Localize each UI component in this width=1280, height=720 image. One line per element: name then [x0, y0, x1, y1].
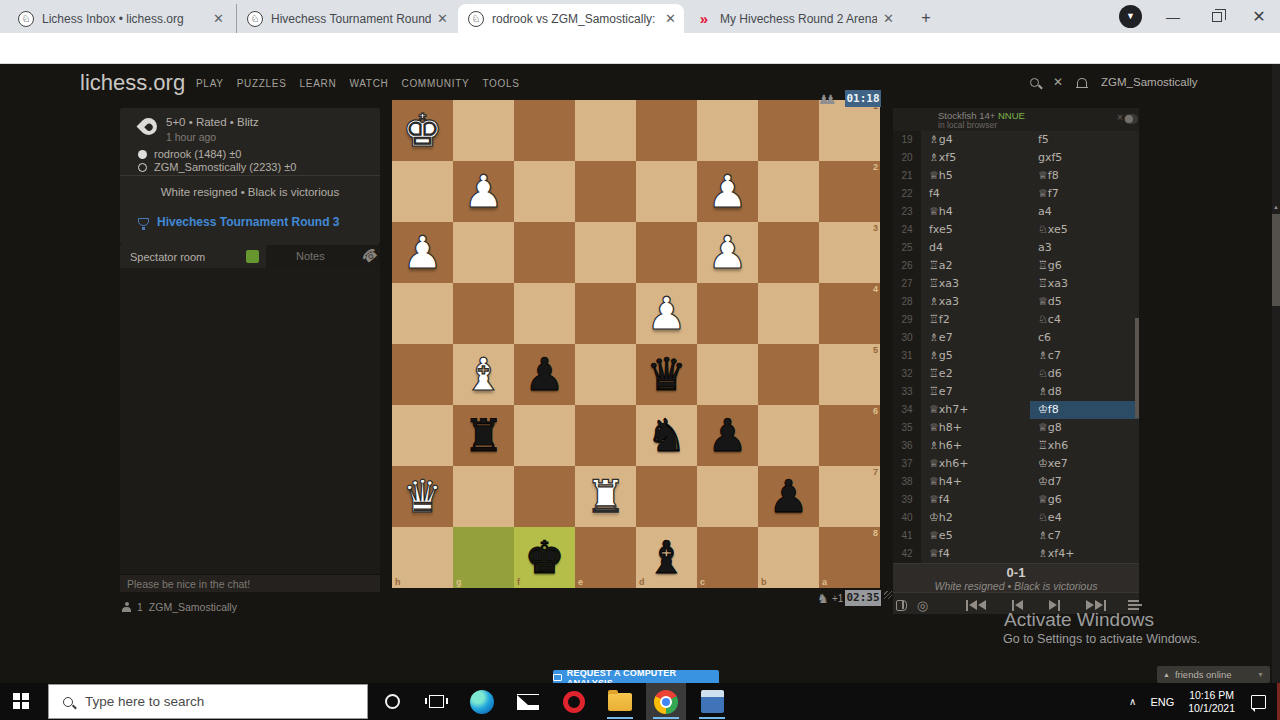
square-b6[interactable] [758, 405, 819, 466]
black-player-name[interactable]: ZGM_Samostically (2233) ±0 [154, 161, 296, 173]
captured-pawns-icon: ♟♟ [818, 92, 831, 107]
move-cell-white[interactable]: ♕f4 [921, 491, 1030, 509]
windows-taskbar: Type here to search ∧ ENG 10:16 PM 10/1/… [0, 683, 1280, 720]
game-time-ago: 1 hour ago [166, 131, 216, 143]
move-cell-black[interactable]: a3 [1030, 239, 1139, 257]
system-tray: ∧ ENG 10:16 PM 10/1/2021 [1129, 683, 1280, 720]
move-number: 35 [893, 419, 921, 437]
rank-label-5: 5 [873, 345, 878, 355]
square-h1[interactable]: ♚ [392, 100, 453, 161]
black-pawn-c6[interactable]: ♟ [697, 405, 758, 466]
move-number: 42 [893, 545, 921, 563]
engine-close-icon[interactable]: × [1117, 112, 1123, 123]
move-cell-black[interactable]: ♗c7 [1030, 347, 1139, 365]
move-number: 41 [893, 527, 921, 545]
lichess-favicon: ♘ [18, 11, 34, 27]
square-c4[interactable] [697, 283, 758, 344]
move-cell-white[interactable]: ♗xa3 [921, 293, 1030, 311]
square-h3[interactable]: ♟ [392, 222, 453, 283]
square-d1[interactable] [636, 100, 697, 161]
tab-notes[interactable]: Notes [296, 250, 325, 262]
result-description: White resigned • Black is victorious [893, 580, 1139, 592]
square-g1[interactable] [453, 100, 514, 161]
move-row: 38♕h4+♔d7 [893, 473, 1139, 491]
tab-title: My Hivechess Round 2 Arena Sto [720, 12, 877, 26]
nav-item-learn[interactable]: LEARN [300, 78, 337, 89]
blitz-flame-icon [136, 114, 160, 138]
square-e8[interactable]: e [575, 527, 636, 588]
move-cell-white[interactable]: ♗h6+ [921, 437, 1030, 455]
white-rook-e7[interactable]: ♜ [575, 466, 636, 527]
move-number: 31 [893, 347, 921, 365]
move-number: 39 [893, 491, 921, 509]
square-a5[interactable]: 5 [819, 344, 880, 405]
move-cell-black[interactable]: ♖g6 [1030, 257, 1139, 275]
phone-icon[interactable]: ☎ [359, 245, 381, 267]
square-a8[interactable]: a8 [819, 527, 880, 588]
move-cell-white[interactable]: ♕h4 [921, 203, 1030, 221]
square-e6[interactable] [575, 405, 636, 466]
tab-title: Lichess Inbox • lichess.org [42, 12, 207, 26]
chip-icon [553, 674, 562, 681]
first-move-button[interactable] [966, 600, 986, 611]
chevron-down-icon[interactable]: ▼ [1257, 671, 1264, 678]
opera-icon [563, 691, 585, 713]
task-view-button[interactable] [416, 683, 456, 720]
move-number: 37 [893, 455, 921, 473]
search-magnifier-icon [63, 697, 73, 707]
browser-addressbar: ← → ⟳ lichess.org/geRz3mmA/black#68 ☆ ⋮ [0, 33, 1280, 64]
white-clock: 01:18 [845, 90, 881, 107]
photos-icon [701, 690, 724, 713]
practice-target-icon[interactable]: ◎ [917, 599, 928, 612]
mail-icon [517, 694, 539, 710]
main-nav: PLAYPUZZLESLEARNWATCHCOMMUNITYTOOLS [196, 78, 520, 89]
black-queen-d5[interactable]: ♛ [636, 344, 697, 405]
square-f5[interactable]: ♟ [514, 344, 575, 405]
file-label-e: e [578, 577, 583, 587]
hidden-icons-chevron[interactable]: ∧ [1129, 696, 1136, 707]
move-cell-white[interactable]: ♖a2 [921, 257, 1030, 275]
move-cell-black[interactable]: ♕f8 [1030, 167, 1139, 185]
square-d2[interactable] [636, 161, 697, 222]
square-e5[interactable] [575, 344, 636, 405]
person-icon [122, 602, 131, 612]
move-cell-white[interactable]: f4 [921, 185, 1030, 203]
move-number: 36 [893, 437, 921, 455]
engine-toggle[interactable] [1124, 114, 1138, 124]
window-minimize-button[interactable]: — [1152, 0, 1194, 33]
spectator-name[interactable]: ZGM_Samostically [149, 601, 237, 613]
rank-label-7: 7 [873, 467, 878, 477]
material-diff: ♞ [817, 591, 829, 606]
move-cell-white[interactable]: ♖e7 [921, 383, 1030, 401]
move-cell-black[interactable]: ♘e4 [1030, 509, 1139, 527]
open-app-indicator [653, 717, 679, 719]
move-number: 21 [893, 167, 921, 185]
move-row: 41♕e5♗c7 [893, 527, 1139, 545]
square-g5[interactable]: ♝ [453, 344, 514, 405]
square-g2[interactable]: ♟ [453, 161, 514, 222]
move-cell-black[interactable]: ♕g8 [1030, 419, 1139, 437]
white-pawn-h3[interactable]: ♟ [392, 222, 453, 283]
move-cell-black[interactable]: a4 [1030, 203, 1139, 221]
move-cell-white[interactable]: ♕h8+ [921, 419, 1030, 437]
browser-tabstrip: ♘Lichess Inbox • lichess.org✕♘Hivechess … [0, 0, 1280, 33]
action-center-icon[interactable] [1251, 695, 1266, 709]
site-logo[interactable]: lichess.org [80, 70, 185, 96]
square-h6[interactable] [392, 405, 453, 466]
move-cell-white[interactable]: ♕h5 [921, 167, 1030, 185]
square-d8[interactable]: ♝d [636, 527, 697, 588]
move-row: 40♔h2♘e4 [893, 509, 1139, 527]
move-number: 38 [893, 473, 921, 491]
white-player-row[interactable]: rodrook (1484) ±0 [138, 148, 241, 160]
window-restore-button[interactable] [1196, 0, 1238, 33]
move-row: 26♖a2♖g6 [893, 257, 1139, 275]
square-d4[interactable]: ♟ [636, 283, 697, 344]
square-a4[interactable]: 4 [819, 283, 880, 344]
move-cell-black[interactable]: ♕g6 [1030, 491, 1139, 509]
move-cell-white[interactable]: d4 [921, 239, 1030, 257]
move-number: 29 [893, 311, 921, 329]
move-row: 32♖e2♘d6 [893, 365, 1139, 383]
tab-close-icon[interactable]: ✕ [213, 11, 224, 26]
task-view-icon [429, 695, 444, 708]
up-arrow-icon: ▲ [1163, 671, 1170, 678]
move-number: 23 [893, 203, 921, 221]
move-cell-white[interactable]: ♖e2 [921, 365, 1030, 383]
lichess-favicon: ♘ [247, 11, 263, 27]
square-f7[interactable] [514, 466, 575, 527]
square-f8[interactable]: ♚f [514, 527, 575, 588]
move-cell-white[interactable]: ♗g5 [921, 347, 1030, 365]
black-player-row[interactable]: ZGM_Samostically (2233) ±0 [138, 161, 296, 173]
move-cell-black[interactable]: gxf5 [1030, 149, 1139, 167]
tab-close-icon[interactable]: ✕ [437, 11, 448, 26]
square-g8[interactable]: g [453, 527, 514, 588]
activate-windows-watermark: Activate Windows [1004, 609, 1154, 631]
move-number: 20 [893, 149, 921, 167]
open-app-indicator [607, 717, 633, 719]
mail-button[interactable] [508, 683, 548, 720]
browser-tab-3[interactable]: ♘rodrook vs ZGM_Samostically: C2✕ [458, 4, 684, 33]
taskbar-search-placeholder: Type here to search [85, 694, 204, 709]
tab-spectator-room[interactable]: Spectator room [120, 245, 266, 268]
square-b4[interactable] [758, 283, 819, 344]
move-cell-black[interactable]: ♘c4 [1030, 311, 1139, 329]
move-row: 25d4a3 [893, 239, 1139, 257]
result-box: 0-1 White resigned • Black is victorious [893, 563, 1139, 593]
nav-item-community[interactable]: COMMUNITY [401, 78, 469, 89]
move-number: 28 [893, 293, 921, 311]
move-row: 34♕xh7+♔f8 [893, 401, 1139, 419]
movelist-scrollbar[interactable] [1135, 318, 1139, 418]
move-row: 35♕h8+♕g8 [893, 419, 1139, 437]
move-cell-black[interactable]: ♔d7 [1030, 473, 1139, 491]
square-e7[interactable]: ♜ [575, 466, 636, 527]
engine-nnue: NNUE [998, 110, 1025, 121]
move-cell-white[interactable]: ♖f2 [921, 311, 1030, 329]
move-cell-black[interactable]: ♘xe5 [1030, 221, 1139, 239]
black-knight-d6[interactable]: ♞ [636, 405, 697, 466]
chat-input[interactable]: Please be nice in the chat! [120, 574, 380, 592]
spectator-list: 1 ZGM_Samostically [122, 601, 237, 613]
square-b3[interactable] [758, 222, 819, 283]
restore-icon [1212, 12, 1222, 22]
file-label-h: h [395, 577, 401, 587]
square-g3[interactable] [453, 222, 514, 283]
hive-favicon: » [696, 11, 712, 27]
square-c3[interactable]: ♟ [697, 222, 758, 283]
notifications-bell-icon[interactable] [1077, 78, 1087, 87]
tab-title: Hivechess Tournament Round 3 t [271, 12, 431, 26]
folder-icon [608, 693, 632, 711]
tab-close-icon[interactable]: ✕ [665, 11, 676, 26]
black-king-f8[interactable]: ♚ [514, 527, 575, 588]
square-c6[interactable]: ♟ [697, 405, 758, 466]
move-cell-white[interactable]: ♕f4 [921, 545, 1030, 563]
move-row: 30♗e7c6 [893, 329, 1139, 347]
square-a1[interactable]: 1 [819, 100, 880, 161]
friends-online-label: friends online [1175, 669, 1257, 680]
file-label-c: c [700, 577, 705, 587]
header-username[interactable]: ZGM_Samostically [1101, 76, 1198, 88]
move-cell-black[interactable]: ♔xe7 [1030, 455, 1139, 473]
black-pawn-b7[interactable]: ♟ [758, 466, 819, 527]
file-label-d: d [639, 577, 645, 587]
move-row: 36♗h6+♖xh6 [893, 437, 1139, 455]
edge-button[interactable] [462, 683, 502, 720]
photos-button[interactable] [692, 683, 732, 720]
move-number: 24 [893, 221, 921, 239]
move-number: 34 [893, 401, 921, 419]
square-b2[interactable] [758, 161, 819, 222]
nav-item-watch[interactable]: WATCH [349, 78, 388, 89]
white-bishop-g5[interactable]: ♝ [453, 344, 514, 405]
square-h7[interactable]: ♛ [392, 466, 453, 527]
browser-tab-4[interactable]: »My Hivechess Round 2 Arena Sto✕ [686, 4, 902, 33]
square-c1[interactable] [697, 100, 758, 161]
square-c5[interactable] [697, 344, 758, 405]
square-h5[interactable] [392, 344, 453, 405]
move-row: 31♗g5♗c7 [893, 347, 1139, 365]
square-d7[interactable] [636, 466, 697, 527]
move-row: 37♕xh6+♔xe7 [893, 455, 1139, 473]
friends-online-bar[interactable]: ▲ friends online ▼ [1157, 666, 1270, 683]
move-cell-white[interactable]: ♗e7 [921, 329, 1030, 347]
chat-toggle[interactable] [246, 250, 259, 263]
move-cell-white[interactable]: ♗xf5 [921, 149, 1030, 167]
white-pawn-c3[interactable]: ♟ [697, 222, 758, 283]
move-cell-black[interactable]: ♕f7 [1030, 185, 1139, 203]
move-cell-black[interactable]: ♗c7 [1030, 527, 1139, 545]
square-f1[interactable] [514, 100, 575, 161]
cortana-icon [385, 694, 400, 709]
square-e2[interactable] [575, 161, 636, 222]
opening-book-icon[interactable] [896, 600, 907, 611]
move-cell-black[interactable]: ♕d5 [1030, 293, 1139, 311]
page-scrollbar[interactable]: ▲ [1272, 64, 1280, 683]
browser-tab-1[interactable]: ♘Lichess Inbox • lichess.org✕ [8, 4, 232, 33]
black-bishop-d8[interactable]: ♝ [636, 527, 697, 588]
square-h2[interactable] [392, 161, 453, 222]
file-label-a: a [822, 577, 827, 587]
square-a2[interactable]: 2 [819, 161, 880, 222]
move-number: 22 [893, 185, 921, 203]
move-cell-black[interactable]: c6 [1030, 329, 1139, 347]
square-d6[interactable]: ♞ [636, 405, 697, 466]
square-f3[interactable] [514, 222, 575, 283]
square-g7[interactable] [453, 466, 514, 527]
move-number: 27 [893, 275, 921, 293]
black-pawn-f5[interactable]: ♟ [514, 344, 575, 405]
square-b1[interactable] [758, 100, 819, 161]
move-cell-white[interactable]: ♕xh7+ [921, 401, 1030, 419]
challenge-icon[interactable]: ✕ [1053, 76, 1063, 88]
engine-bar: Stockfish 14+ NNUE in local browser × [893, 108, 1139, 131]
chat-tabs: Spectator room Notes ☎ [120, 245, 380, 268]
game-info-panel: 5+0 • Rated • Blitz 1 hour ago rodrook (… [120, 108, 380, 245]
square-g4[interactable] [453, 283, 514, 344]
tournament-link[interactable]: Hivechess Tournament Round 3 [138, 215, 339, 229]
scrollbar-thumb[interactable] [1272, 214, 1280, 306]
chess-board[interactable]: ♚1♟♟2♟♟3♟4♝♟♛5♜♞♟6♛♜♟7hg♚fe♝dcba8 [392, 100, 880, 588]
square-a3[interactable]: 3 [819, 222, 880, 283]
chat-messages [120, 268, 380, 574]
move-cell-black[interactable]: ♖xa3 [1030, 275, 1139, 293]
cortana-button[interactable] [372, 683, 412, 720]
move-row: 33♖e7♗d8 [893, 383, 1139, 401]
scroll-up-arrow[interactable]: ▲ [1272, 204, 1280, 210]
move-list: 19♗g4f520♗xf5gxf521♕h5♕f822f4♕f723♕h4a42… [893, 131, 1139, 563]
white-pawn-d4[interactable]: ♟ [636, 283, 697, 344]
opera-button[interactable] [554, 683, 594, 720]
new-tab-button[interactable]: + [916, 8, 936, 28]
move-number: 40 [893, 509, 921, 527]
square-d3[interactable] [636, 222, 697, 283]
square-g6[interactable]: ♜ [453, 405, 514, 466]
open-app-indicator [699, 717, 725, 719]
move-cell-black[interactable]: ♗d8 [1030, 383, 1139, 401]
move-number: 26 [893, 257, 921, 275]
divider [120, 175, 380, 176]
taskbar-clock[interactable]: 10:16 PM 10/1/2021 [1188, 689, 1235, 715]
taskbar-search[interactable]: Type here to search [48, 684, 368, 719]
taskbar-date: 10/1/2021 [1188, 702, 1235, 715]
tab-title: rodrook vs ZGM_Samostically: C2 [492, 12, 659, 26]
board-resize-handle[interactable] [884, 591, 892, 599]
move-cell-white[interactable]: ♕xh6+ [921, 455, 1030, 473]
language-indicator[interactable]: ENG [1150, 696, 1174, 708]
move-cell-white[interactable]: fxe5 [921, 221, 1030, 239]
square-a6[interactable]: 6 [819, 405, 880, 466]
move-number: 30 [893, 329, 921, 347]
square-f4[interactable] [514, 283, 575, 344]
search-icon[interactable] [1030, 78, 1039, 87]
file-label-g: g [456, 577, 462, 587]
square-h4[interactable] [392, 283, 453, 344]
square-e4[interactable] [575, 283, 636, 344]
chrome-button[interactable] [646, 683, 686, 720]
square-d5[interactable]: ♛ [636, 344, 697, 405]
move-cell-white[interactable]: ♕e5 [921, 527, 1030, 545]
move-number: 32 [893, 365, 921, 383]
white-color-icon [138, 150, 147, 159]
white-pawn-c2[interactable]: ♟ [697, 161, 758, 222]
result-score: 0-1 [893, 565, 1139, 580]
time-control: 5+0 • Rated • Blitz [166, 116, 259, 128]
square-b8[interactable]: b [758, 527, 819, 588]
move-row: 42♕f4♗xf4+ [893, 545, 1139, 563]
move-cell-white[interactable]: ♗g4 [921, 131, 1030, 149]
move-number: 19 [893, 131, 921, 149]
black-rook-g6[interactable]: ♜ [453, 405, 514, 466]
square-c2[interactable]: ♟ [697, 161, 758, 222]
move-row: 28♗xa3♕d5 [893, 293, 1139, 311]
move-cell-black[interactable]: ♔f8 [1030, 401, 1139, 419]
move-cell-white[interactable]: ♖xa3 [921, 275, 1030, 293]
move-cell-black[interactable]: ♖xh6 [1030, 437, 1139, 455]
spectator-count: 1 [137, 601, 143, 613]
move-row: 21♕h5♕f8 [893, 167, 1139, 185]
file-explorer-button[interactable] [600, 683, 640, 720]
move-row: 23♕h4a4 [893, 203, 1139, 221]
move-cell-black[interactable]: ♗xf4+ [1030, 545, 1139, 563]
window-close-button[interactable]: ✕ [1238, 0, 1280, 33]
activate-windows-subtext: Go to Settings to activate Windows. [1003, 632, 1200, 646]
move-cell-black[interactable]: f5 [1030, 131, 1139, 149]
move-row: 27♖xa3♖xa3 [893, 275, 1139, 293]
tab-close-icon[interactable]: ✕ [883, 11, 894, 26]
result-text: White resigned • Black is victorious [120, 186, 380, 198]
square-b7[interactable]: ♟ [758, 466, 819, 527]
nav-item-puzzles[interactable]: PUZZLES [237, 78, 287, 89]
square-f2[interactable] [514, 161, 575, 222]
square-c8[interactable]: c [697, 527, 758, 588]
move-number: 25 [893, 239, 921, 257]
edge-icon [470, 690, 494, 714]
square-b5[interactable] [758, 344, 819, 405]
square-c7[interactable] [697, 466, 758, 527]
start-button[interactable] [13, 693, 29, 709]
move-row: 24fxe5♘xe5 [893, 221, 1139, 239]
black-color-icon [138, 163, 147, 172]
move-row: 20♗xf5gxf5 [893, 149, 1139, 167]
square-e1[interactable] [575, 100, 636, 161]
move-cell-black[interactable]: ♘d6 [1030, 365, 1139, 383]
move-cell-white[interactable]: ♔h2 [921, 509, 1030, 527]
nav-item-tools[interactable]: TOOLS [482, 78, 519, 89]
white-player-name[interactable]: rodrook (1484) ±0 [154, 148, 241, 160]
square-f6[interactable] [514, 405, 575, 466]
file-label-f: f [517, 577, 520, 587]
rank-label-4: 4 [873, 284, 878, 294]
taskbar-time: 10:16 PM [1188, 689, 1235, 702]
white-queen-h7[interactable]: ♛ [392, 466, 453, 527]
move-cell-white[interactable]: ♕h4+ [921, 473, 1030, 491]
rank-label-2: 2 [873, 162, 878, 172]
nav-item-play[interactable]: PLAY [196, 78, 224, 89]
browser-tab-2[interactable]: ♘Hivechess Tournament Round 3 t✕ [236, 4, 456, 33]
move-row: 39♕f4♕g6 [893, 491, 1139, 509]
white-pawn-g2[interactable]: ♟ [453, 161, 514, 222]
tab-search-icon[interactable]: ▼ [1119, 5, 1142, 28]
square-a7[interactable]: 7 [819, 466, 880, 527]
square-h8[interactable]: h [392, 527, 453, 588]
square-e3[interactable] [575, 222, 636, 283]
white-king-h1[interactable]: ♚ [392, 100, 453, 161]
